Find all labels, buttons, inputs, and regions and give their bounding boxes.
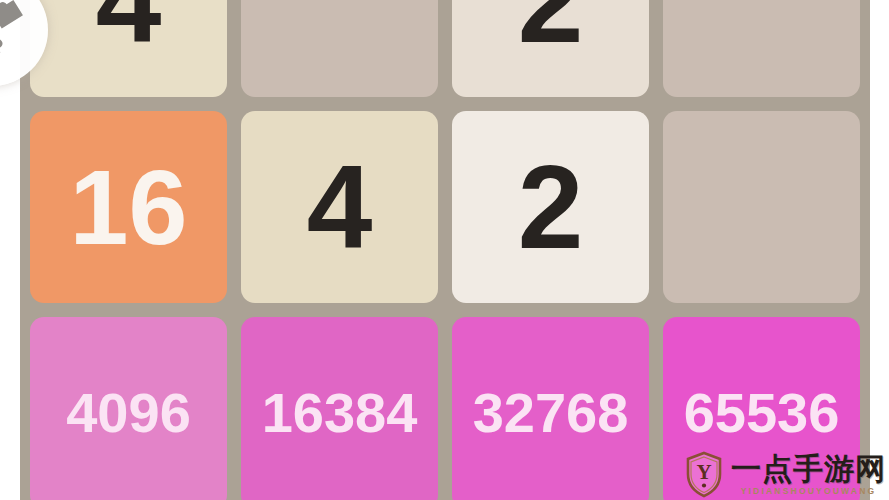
- shield-logo-icon: Y: [684, 451, 724, 498]
- tile-value: 32768: [473, 385, 629, 441]
- board-2048[interactable]: 4 2 16 4 2 4096 16384 32768 65536: [20, 0, 870, 500]
- tile-r1c3-2: 2: [452, 0, 649, 97]
- tile-value: 2: [518, 0, 584, 60]
- site-watermark: Y 一点手游网 YIDIANSHOUYOUWANG: [684, 451, 886, 498]
- tile-r2c3-2: 2: [452, 111, 649, 303]
- tile-r3c3-32768: 32768: [452, 317, 649, 500]
- tile-r3c1-4096: 4096: [30, 317, 227, 500]
- shield-letter: Y: [696, 460, 711, 484]
- site-name-romanized: YIDIANSHOUYOUWANG: [741, 486, 877, 496]
- tile-value: 4096: [66, 385, 191, 441]
- tile-value: 16: [70, 154, 188, 260]
- cell-r1c2-empty: [241, 0, 438, 97]
- tile-value: 65536: [684, 385, 840, 441]
- tile-r2c2-4: 4: [241, 111, 438, 303]
- site-name: 一点手游网: [731, 453, 886, 485]
- tile-value: 16384: [262, 385, 418, 441]
- puzzle-icon: [0, 0, 34, 62]
- game-screen: 4 2 16 4 2 4096 16384 32768 65536: [0, 0, 889, 500]
- tile-value: 4: [307, 148, 373, 266]
- tile-r2c1-16: 16: [30, 111, 227, 303]
- tile-value: 2: [518, 148, 584, 266]
- cell-r2c4-empty: [663, 111, 860, 303]
- watermark-text: 一点手游网 YIDIANSHOUYOUWANG: [731, 453, 886, 497]
- cell-r1c4-empty: [663, 0, 860, 97]
- tile-value: 4: [96, 0, 162, 60]
- tile-r1c1-4: 4: [30, 0, 227, 97]
- tile-r3c2-16384: 16384: [241, 317, 438, 500]
